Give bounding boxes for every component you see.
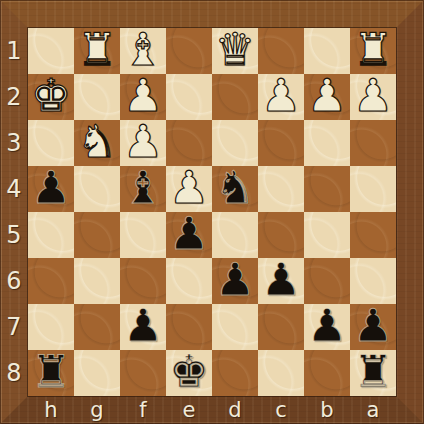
square-a5[interactable] (350, 212, 396, 258)
piece-white-pawn[interactable]: ♟ (123, 119, 163, 165)
piece-black-king[interactable]: ♚ (169, 349, 209, 395)
piece-black-pawn[interactable]: ♟ (123, 303, 163, 349)
piece-black-pawn[interactable]: ♟ (353, 303, 393, 349)
piece-black-bishop[interactable]: ♝ (123, 165, 163, 211)
square-g5[interactable] (74, 212, 120, 258)
square-h3[interactable] (28, 120, 74, 166)
square-d8[interactable] (212, 350, 258, 396)
file-label-h: h (28, 396, 74, 424)
square-b8[interactable] (304, 350, 350, 396)
square-g6[interactable] (74, 258, 120, 304)
rank-label-5: 5 (0, 212, 28, 258)
square-a6[interactable] (350, 258, 396, 304)
square-f3[interactable]: ♟ (120, 120, 166, 166)
square-c2[interactable]: ♟ (258, 74, 304, 120)
square-f7[interactable]: ♟ (120, 304, 166, 350)
square-d6[interactable]: ♟ (212, 258, 258, 304)
piece-white-pawn[interactable]: ♟ (169, 165, 209, 211)
square-h8[interactable]: ♜ (28, 350, 74, 396)
piece-black-rook[interactable]: ♜ (353, 349, 393, 395)
square-a2[interactable]: ♟ (350, 74, 396, 120)
square-d1[interactable]: ♛ (212, 28, 258, 74)
piece-black-knight[interactable]: ♞ (215, 165, 255, 211)
rank-label-8: 8 (0, 350, 28, 396)
square-b6[interactable] (304, 258, 350, 304)
square-f8[interactable] (120, 350, 166, 396)
square-g2[interactable] (74, 74, 120, 120)
square-h5[interactable] (28, 212, 74, 258)
piece-white-pawn[interactable]: ♟ (123, 73, 163, 119)
piece-black-pawn[interactable]: ♟ (307, 303, 347, 349)
file-label-b: b (304, 396, 350, 424)
square-e3[interactable] (166, 120, 212, 166)
piece-black-pawn[interactable]: ♟ (215, 257, 255, 303)
square-e8[interactable]: ♚ (166, 350, 212, 396)
piece-white-bishop[interactable]: ♝ (123, 27, 163, 73)
square-a8[interactable]: ♜ (350, 350, 396, 396)
piece-white-rook[interactable]: ♜ (77, 27, 117, 73)
rank-label-3: 3 (0, 120, 28, 166)
piece-white-pawn[interactable]: ♟ (353, 73, 393, 119)
square-d7[interactable] (212, 304, 258, 350)
file-label-c: c (258, 396, 304, 424)
board-grid: ♜♝♛♜♚♟♟♟♟♞♟♟♝♟♞♟♟♟♟♟♟♜♚♜ (28, 28, 396, 396)
square-a1[interactable]: ♜ (350, 28, 396, 74)
rank-label-2: 2 (0, 74, 28, 120)
square-g4[interactable] (74, 166, 120, 212)
rank-label-6: 6 (0, 258, 28, 304)
square-b3[interactable] (304, 120, 350, 166)
square-g1[interactable]: ♜ (74, 28, 120, 74)
square-f4[interactable]: ♝ (120, 166, 166, 212)
piece-white-queen[interactable]: ♛ (215, 27, 255, 73)
rank-label-1: 1 (0, 28, 28, 74)
piece-black-rook[interactable]: ♜ (31, 349, 71, 395)
square-h7[interactable] (28, 304, 74, 350)
square-e1[interactable] (166, 28, 212, 74)
square-e5[interactable]: ♟ (166, 212, 212, 258)
square-a4[interactable] (350, 166, 396, 212)
square-d5[interactable] (212, 212, 258, 258)
square-h2[interactable]: ♚ (28, 74, 74, 120)
square-b5[interactable] (304, 212, 350, 258)
square-a7[interactable]: ♟ (350, 304, 396, 350)
square-c5[interactable] (258, 212, 304, 258)
piece-white-pawn[interactable]: ♟ (307, 73, 347, 119)
piece-black-pawn[interactable]: ♟ (169, 211, 209, 257)
file-label-d: d (212, 396, 258, 424)
piece-white-king[interactable]: ♚ (31, 73, 71, 119)
piece-black-pawn[interactable]: ♟ (31, 165, 71, 211)
square-c6[interactable]: ♟ (258, 258, 304, 304)
square-c8[interactable] (258, 350, 304, 396)
square-c3[interactable] (258, 120, 304, 166)
square-c1[interactable] (258, 28, 304, 74)
square-e6[interactable] (166, 258, 212, 304)
square-h4[interactable]: ♟ (28, 166, 74, 212)
piece-white-knight[interactable]: ♞ (77, 119, 117, 165)
rank-label-4: 4 (0, 166, 28, 212)
square-d3[interactable] (212, 120, 258, 166)
piece-white-pawn[interactable]: ♟ (261, 73, 301, 119)
square-g8[interactable] (74, 350, 120, 396)
piece-white-rook[interactable]: ♜ (353, 27, 393, 73)
file-label-g: g (74, 396, 120, 424)
square-a3[interactable] (350, 120, 396, 166)
piece-black-pawn[interactable]: ♟ (261, 257, 301, 303)
square-g7[interactable] (74, 304, 120, 350)
square-d2[interactable] (212, 74, 258, 120)
file-label-f: f (120, 396, 166, 424)
square-f1[interactable]: ♝ (120, 28, 166, 74)
rank-label-7: 7 (0, 304, 28, 350)
square-e4[interactable]: ♟ (166, 166, 212, 212)
square-b7[interactable]: ♟ (304, 304, 350, 350)
file-label-e: e (166, 396, 212, 424)
square-c4[interactable] (258, 166, 304, 212)
square-f2[interactable]: ♟ (120, 74, 166, 120)
square-d4[interactable]: ♞ (212, 166, 258, 212)
square-e2[interactable] (166, 74, 212, 120)
chess-board: ♜♝♛♜♚♟♟♟♟♞♟♟♝♟♞♟♟♟♟♟♟♜♚♜ 12345678hgfedcb… (0, 0, 424, 424)
square-b2[interactable]: ♟ (304, 74, 350, 120)
file-label-a: a (350, 396, 396, 424)
square-h6[interactable] (28, 258, 74, 304)
square-e7[interactable] (166, 304, 212, 350)
square-f5[interactable] (120, 212, 166, 258)
square-f6[interactable] (120, 258, 166, 304)
square-c7[interactable] (258, 304, 304, 350)
square-h1[interactable] (28, 28, 74, 74)
square-g3[interactable]: ♞ (74, 120, 120, 166)
square-b1[interactable] (304, 28, 350, 74)
square-b4[interactable] (304, 166, 350, 212)
